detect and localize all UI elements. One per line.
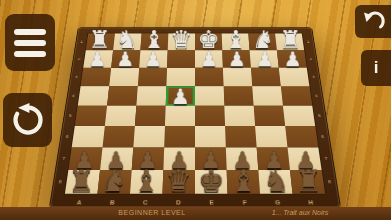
chess-board: ♜♞♝♛♚♝♞♜♟♟♟♟♟♟♟♟♟♟♟♟♟♟♟♟♜♞♝♛♚♝♞♜ 1234567… [50,28,340,207]
app-window: { "app": { "name": "Chess" }, "game": "c… [0,0,391,220]
piece-white-pawn[interactable]: ♟ [251,49,279,69]
square-c8[interactable]: ♝ [130,170,163,194]
file-label: A [62,200,96,206]
square-c5[interactable] [135,106,166,126]
piece-white-pawn[interactable]: ♟ [139,49,167,69]
rank-label: 1 [303,33,315,50]
square-g5[interactable] [254,106,286,126]
undo-button[interactable] [355,5,391,38]
square-e6[interactable] [195,126,226,147]
square-b8[interactable]: ♞ [97,170,131,194]
board-frame: ♜♞♝♛♚♝♞♜♟♟♟♟♟♟♟♟♟♟♟♟♟♟♟♟♜♞♝♛♚♝♞♜ 1234567… [50,28,340,207]
square-a8[interactable]: ♜ [65,170,100,194]
piece-white-pawn[interactable]: ♟ [166,86,195,107]
piece-black-rook[interactable]: ♜ [292,166,325,195]
info-icon: i [374,58,379,78]
square-a3[interactable] [81,68,112,86]
square-h5[interactable] [283,106,315,126]
piece-black-bishop[interactable]: ♝ [227,166,260,195]
piece-black-rook[interactable]: ♜ [65,166,98,195]
chess-board-scene: ♜♞♝♛♚♝♞♜♟♟♟♟♟♟♟♟♟♟♟♟♟♟♟♟♜♞♝♛♚♝♞♜ 1234567… [50,0,340,207]
square-a4[interactable] [78,86,109,105]
hamburger-icon [14,29,46,57]
rotate-icon [11,103,45,137]
info-button[interactable]: i [361,50,391,86]
square-g2[interactable]: ♟ [250,50,279,68]
square-b2[interactable]: ♟ [111,50,140,68]
square-a2[interactable]: ♟ [83,50,113,68]
file-labels: ABCDEFGH [62,200,328,206]
board-grid: ♜♞♝♛♚♝♞♜♟♟♟♟♟♟♟♟♟♟♟♟♟♟♟♟♜♞♝♛♚♝♞♜ [64,33,326,195]
square-f5[interactable] [224,106,255,126]
square-h8[interactable]: ♜ [290,170,325,194]
file-label: G [261,200,295,206]
square-h4[interactable] [281,86,312,105]
level-label: BEGINNER LEVEL [88,209,216,216]
square-d4[interactable]: ♟ [166,86,195,105]
rotate-board-button[interactable] [3,93,52,147]
file-label: D [162,200,195,206]
piece-white-pawn[interactable]: ♟ [279,49,307,69]
square-f8[interactable]: ♝ [227,170,260,194]
square-e2[interactable]: ♟ [195,50,223,68]
rank-label: 4 [310,86,323,105]
square-a5[interactable] [75,106,107,126]
square-f2[interactable]: ♟ [222,50,251,68]
square-d5[interactable] [165,106,195,126]
piece-white-pawn[interactable]: ♟ [111,49,139,69]
square-h2[interactable]: ♟ [277,50,307,68]
square-h6[interactable] [285,126,318,147]
square-e5[interactable] [195,106,225,126]
square-d1[interactable]: ♛ [168,33,195,50]
status-bar: BEGINNER LEVEL 1... Trait aux Noirs [0,207,391,220]
piece-white-pawn[interactable]: ♟ [195,49,223,69]
square-g4[interactable] [252,86,283,105]
square-a6[interactable] [72,126,105,147]
square-e8[interactable]: ♚ [195,170,228,194]
square-b5[interactable] [105,106,137,126]
square-f3[interactable] [223,68,252,86]
square-h3[interactable] [279,68,310,86]
piece-black-king[interactable]: ♚ [195,166,227,195]
piece-black-bishop[interactable]: ♝ [130,166,163,195]
menu-button[interactable] [5,14,55,71]
turn-indicator: 1... Trait aux Noirs [248,209,352,216]
square-c3[interactable] [138,68,167,86]
file-label: H [294,200,328,206]
file-label: F [228,200,261,206]
square-g6[interactable] [255,126,287,147]
piece-black-knight[interactable]: ♞ [260,166,293,195]
piece-white-pawn[interactable]: ♟ [83,49,111,69]
square-f4[interactable] [224,86,254,105]
square-d6[interactable] [164,126,195,147]
square-c4[interactable] [136,86,166,105]
square-b6[interactable] [103,126,135,147]
file-label: E [195,200,228,206]
square-g8[interactable]: ♞ [258,170,292,194]
square-b3[interactable] [109,68,139,86]
square-c6[interactable] [133,126,165,147]
square-e4[interactable] [195,86,224,105]
rank-label: 3 [308,68,320,86]
square-d8[interactable]: ♛ [162,170,195,194]
piece-black-knight[interactable]: ♞ [98,166,131,195]
square-c2[interactable]: ♟ [139,50,168,68]
rank-label: 6 [316,126,329,147]
square-d2[interactable] [167,50,195,68]
square-d3[interactable] [166,68,195,86]
rank-label: 2 [305,50,317,68]
piece-white-queen[interactable]: ♛ [168,28,195,53]
file-label: C [129,200,162,206]
square-b4[interactable] [107,86,138,105]
square-e3[interactable] [195,68,224,86]
square-g3[interactable] [251,68,281,86]
square-f6[interactable] [225,126,257,147]
piece-white-pawn[interactable]: ♟ [223,49,251,69]
file-label: B [95,200,129,206]
undo-icon [360,10,386,34]
piece-black-queen[interactable]: ♛ [163,166,195,195]
rank-label: 5 [313,106,326,126]
